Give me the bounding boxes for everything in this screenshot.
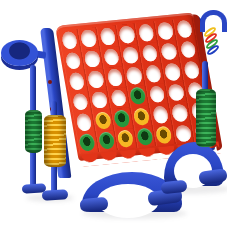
empty-hole <box>99 27 116 45</box>
empty-hole <box>106 68 123 86</box>
empty-hole <box>175 124 192 142</box>
empty-hole <box>171 104 188 122</box>
empty-hole <box>83 50 100 68</box>
empty-hole <box>167 83 184 101</box>
cell-r3-c7 <box>180 59 203 81</box>
yellow-disc <box>94 111 112 129</box>
empty-hole <box>125 67 142 85</box>
empty-hole <box>145 65 162 83</box>
empty-hole <box>176 20 193 38</box>
board-grid <box>58 18 214 154</box>
empty-hole <box>68 72 85 90</box>
empty-hole <box>122 46 139 64</box>
empty-hole <box>141 44 158 62</box>
ring-stack-yellow <box>44 115 66 167</box>
cell-r1-c7 <box>173 18 196 40</box>
empty-hole <box>91 91 108 109</box>
screw-cap <box>48 80 52 84</box>
empty-hole <box>61 31 78 49</box>
cell-r2-c7 <box>176 38 199 60</box>
empty-hole <box>87 70 104 88</box>
yellow-disc <box>132 107 150 125</box>
empty-hole <box>80 29 97 47</box>
empty-hole <box>164 63 181 81</box>
empty-hole <box>148 85 165 103</box>
empty-hole <box>137 24 154 42</box>
empty-hole <box>152 106 169 124</box>
empty-hole <box>179 40 196 58</box>
empty-hole <box>183 61 200 79</box>
ring-stack-green-left <box>25 110 42 153</box>
pole-base-pad <box>42 189 68 200</box>
empty-hole <box>64 52 81 70</box>
empty-hole <box>110 89 127 107</box>
disc-tray <box>1 40 38 66</box>
green-disc <box>78 133 96 151</box>
left-foot-pad <box>79 197 108 212</box>
empty-hole <box>118 26 135 44</box>
yellow-disc <box>117 130 135 148</box>
green-disc <box>98 132 116 150</box>
connect-four-play-set <box>0 0 227 227</box>
connect-four-board <box>55 12 217 161</box>
empty-hole <box>103 48 120 66</box>
yellow-disc <box>155 126 173 144</box>
green-disc <box>136 128 154 146</box>
ring-stack-green-right <box>196 89 216 147</box>
green-disc <box>129 87 147 105</box>
empty-hole <box>75 113 92 131</box>
empty-hole <box>72 93 89 111</box>
empty-hole <box>157 22 174 40</box>
green-disc <box>113 109 131 127</box>
empty-hole <box>160 42 177 60</box>
